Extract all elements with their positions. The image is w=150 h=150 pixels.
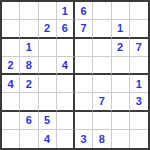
cell-r3c3[interactable]	[39, 39, 57, 57]
cell-r4c8[interactable]	[130, 57, 148, 75]
cell-r7c8[interactable]	[130, 112, 148, 130]
cell-r1c6[interactable]	[93, 2, 111, 20]
cell-r6c2[interactable]	[20, 93, 38, 111]
cell-r6c1[interactable]	[2, 93, 20, 111]
cell-r8c4[interactable]	[57, 130, 75, 148]
cell-r3c6[interactable]	[93, 39, 111, 57]
cell-r7c3[interactable]: 5	[39, 112, 57, 130]
cell-r1c1[interactable]	[2, 2, 20, 20]
cell-r4c6[interactable]	[93, 57, 111, 75]
cell-r2c6[interactable]	[93, 20, 111, 38]
cell-r5c8[interactable]: 1	[130, 75, 148, 93]
cell-r3c2[interactable]: 1	[20, 39, 38, 57]
cell-r4c4[interactable]: 4	[57, 57, 75, 75]
cell-r3c7[interactable]: 2	[112, 39, 130, 57]
cell-r7c6[interactable]	[93, 112, 111, 130]
cell-r8c5[interactable]: 3	[75, 130, 93, 148]
cell-r2c2[interactable]	[20, 20, 38, 38]
cell-r2c7[interactable]: 1	[112, 20, 130, 38]
cell-r7c1[interactable]	[2, 112, 20, 130]
cell-r1c4[interactable]: 1	[57, 2, 75, 20]
cell-r8c3[interactable]: 4	[39, 130, 57, 148]
cell-r6c3[interactable]	[39, 93, 57, 111]
cell-r8c8[interactable]	[130, 130, 148, 148]
cell-r5c5[interactable]	[75, 75, 93, 93]
cell-r2c3[interactable]: 2	[39, 20, 57, 38]
cell-r3c5[interactable]	[75, 39, 93, 57]
cell-r6c6[interactable]: 7	[93, 93, 111, 111]
cell-r7c4[interactable]	[57, 112, 75, 130]
cell-r6c5[interactable]	[75, 93, 93, 111]
sudoku-board: 1626711272844217365438	[0, 0, 150, 150]
cell-r1c7[interactable]	[112, 2, 130, 20]
cell-r4c5[interactable]	[75, 57, 93, 75]
cell-r2c4[interactable]: 6	[57, 20, 75, 38]
cell-r1c2[interactable]	[20, 2, 38, 20]
cell-r5c3[interactable]	[39, 75, 57, 93]
cell-r4c3[interactable]	[39, 57, 57, 75]
cell-r2c8[interactable]	[130, 20, 148, 38]
cell-r5c4[interactable]	[57, 75, 75, 93]
cell-r3c8[interactable]: 7	[130, 39, 148, 57]
cell-r2c1[interactable]	[2, 20, 20, 38]
cell-r1c5[interactable]: 6	[75, 2, 93, 20]
cell-r8c2[interactable]	[20, 130, 38, 148]
cell-r4c7[interactable]	[112, 57, 130, 75]
cell-r4c2[interactable]: 8	[20, 57, 38, 75]
cell-r8c6[interactable]: 8	[93, 130, 111, 148]
cell-r4c1[interactable]: 2	[2, 57, 20, 75]
cell-r5c7[interactable]	[112, 75, 130, 93]
cell-r6c7[interactable]	[112, 93, 130, 111]
cell-r5c2[interactable]: 2	[20, 75, 38, 93]
cell-r1c8[interactable]	[130, 2, 148, 20]
cell-r5c6[interactable]	[93, 75, 111, 93]
cell-r7c2[interactable]: 6	[20, 112, 38, 130]
cell-r2c5[interactable]: 7	[75, 20, 93, 38]
cell-r7c5[interactable]	[75, 112, 93, 130]
cell-r7c7[interactable]	[112, 112, 130, 130]
cell-r5c1[interactable]: 4	[2, 75, 20, 93]
cell-r1c3[interactable]	[39, 2, 57, 20]
cell-r3c1[interactable]	[2, 39, 20, 57]
cell-r3c4[interactable]	[57, 39, 75, 57]
cell-r8c1[interactable]	[2, 130, 20, 148]
cell-r8c7[interactable]	[112, 130, 130, 148]
cell-r6c4[interactable]	[57, 93, 75, 111]
cell-r6c8[interactable]: 3	[130, 93, 148, 111]
